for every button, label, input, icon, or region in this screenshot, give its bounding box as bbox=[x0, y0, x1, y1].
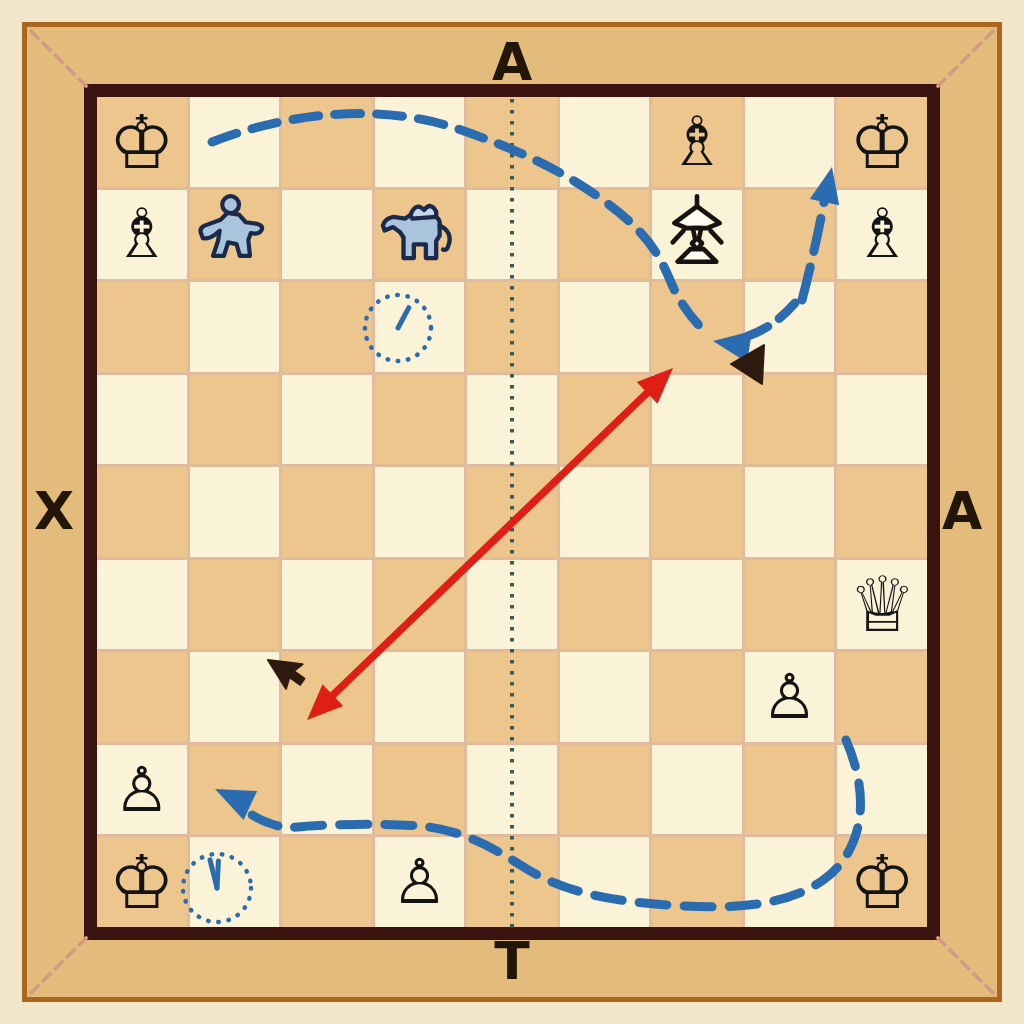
piece-white-king[interactable]: ♔ bbox=[849, 105, 915, 179]
board-game-diagram: A X A T ♔♗♔♗♗♕♙♙♔♙♔ bbox=[0, 0, 1024, 1024]
square-r4c3[interactable] bbox=[282, 375, 372, 465]
square-r9c7[interactable] bbox=[652, 837, 742, 927]
square-r8c1[interactable]: ♙ bbox=[97, 745, 187, 835]
piece-blue-knight[interactable] bbox=[192, 192, 276, 276]
piece-white-bishop[interactable]: ♗ bbox=[852, 200, 913, 268]
square-r7c8[interactable]: ♙ bbox=[745, 652, 835, 742]
piece-white-pawn[interactable]: ♙ bbox=[114, 759, 170, 821]
square-r4c9[interactable] bbox=[837, 375, 927, 465]
square-r5c2[interactable] bbox=[190, 467, 280, 557]
square-r9c9[interactable]: ♔ bbox=[837, 837, 927, 927]
square-r5c6[interactable] bbox=[560, 467, 650, 557]
square-r7c5[interactable] bbox=[467, 652, 557, 742]
square-r7c4[interactable] bbox=[375, 652, 465, 742]
square-r7c7[interactable] bbox=[652, 652, 742, 742]
square-r9c3[interactable] bbox=[282, 837, 372, 927]
square-r5c8[interactable] bbox=[745, 467, 835, 557]
square-r1c5[interactable] bbox=[467, 97, 557, 187]
square-r4c1[interactable] bbox=[97, 375, 187, 465]
square-r6c6[interactable] bbox=[560, 560, 650, 650]
square-r2c1[interactable]: ♗ bbox=[97, 190, 187, 280]
square-r2c6[interactable] bbox=[560, 190, 650, 280]
square-r6c4[interactable] bbox=[375, 560, 465, 650]
square-r5c1[interactable] bbox=[97, 467, 187, 557]
square-r5c9[interactable] bbox=[837, 467, 927, 557]
square-r3c1[interactable] bbox=[97, 282, 187, 372]
square-r6c2[interactable] bbox=[190, 560, 280, 650]
square-r1c9[interactable]: ♔ bbox=[837, 97, 927, 187]
chessboard: ♔♗♔♗♗♕♙♙♔♙♔ bbox=[97, 97, 927, 927]
square-r7c3[interactable] bbox=[282, 652, 372, 742]
square-r3c7[interactable] bbox=[652, 282, 742, 372]
square-r8c6[interactable] bbox=[560, 745, 650, 835]
square-r9c1[interactable]: ♔ bbox=[97, 837, 187, 927]
square-r1c8[interactable] bbox=[745, 97, 835, 187]
square-r4c8[interactable] bbox=[745, 375, 835, 465]
square-r4c7[interactable] bbox=[652, 375, 742, 465]
piece-white-bishop[interactable]: ♗ bbox=[667, 108, 728, 176]
square-r2c9[interactable]: ♗ bbox=[837, 190, 927, 280]
square-r9c2[interactable] bbox=[190, 837, 280, 927]
square-r1c3[interactable] bbox=[282, 97, 372, 187]
square-r5c5[interactable] bbox=[467, 467, 557, 557]
square-r5c4[interactable] bbox=[375, 467, 465, 557]
square-r2c2[interactable] bbox=[190, 190, 280, 280]
square-r5c7[interactable] bbox=[652, 467, 742, 557]
square-r8c3[interactable] bbox=[282, 745, 372, 835]
square-r3c2[interactable] bbox=[190, 282, 280, 372]
piece-white-queen[interactable]: ♕ bbox=[848, 567, 916, 643]
square-r2c4[interactable] bbox=[375, 190, 465, 280]
square-r7c9[interactable] bbox=[837, 652, 927, 742]
square-r2c7[interactable] bbox=[652, 190, 742, 280]
piece-white-king[interactable]: ♔ bbox=[109, 845, 175, 919]
square-r9c5[interactable] bbox=[467, 837, 557, 927]
frame-label-left: X bbox=[34, 481, 74, 541]
square-r5c3[interactable] bbox=[282, 467, 372, 557]
square-r6c7[interactable] bbox=[652, 560, 742, 650]
frame-label-top: A bbox=[492, 32, 532, 92]
piece-blue-elephant[interactable] bbox=[376, 191, 462, 277]
square-r3c8[interactable] bbox=[745, 282, 835, 372]
square-r2c5[interactable] bbox=[467, 190, 557, 280]
square-r1c6[interactable] bbox=[560, 97, 650, 187]
square-r8c2[interactable] bbox=[190, 745, 280, 835]
piece-white-bishop[interactable]: ♗ bbox=[111, 200, 172, 268]
piece-white-king[interactable]: ♔ bbox=[849, 845, 915, 919]
square-r4c2[interactable] bbox=[190, 375, 280, 465]
square-r8c9[interactable] bbox=[837, 745, 927, 835]
square-r6c9[interactable]: ♕ bbox=[837, 560, 927, 650]
square-r3c6[interactable] bbox=[560, 282, 650, 372]
square-r1c4[interactable] bbox=[375, 97, 465, 187]
square-r9c4[interactable]: ♙ bbox=[375, 837, 465, 927]
piece-white-king[interactable]: ♔ bbox=[109, 105, 175, 179]
square-r7c6[interactable] bbox=[560, 652, 650, 742]
square-r7c1[interactable] bbox=[97, 652, 187, 742]
square-r3c4[interactable] bbox=[375, 282, 465, 372]
square-r4c4[interactable] bbox=[375, 375, 465, 465]
square-r1c7[interactable]: ♗ bbox=[652, 97, 742, 187]
square-r6c8[interactable] bbox=[745, 560, 835, 650]
square-r7c2[interactable] bbox=[190, 652, 280, 742]
square-r8c7[interactable] bbox=[652, 745, 742, 835]
square-r8c8[interactable] bbox=[745, 745, 835, 835]
square-r6c3[interactable] bbox=[282, 560, 372, 650]
frame-label-right: A bbox=[942, 481, 982, 541]
square-r3c5[interactable] bbox=[467, 282, 557, 372]
square-r3c3[interactable] bbox=[282, 282, 372, 372]
piece-white-pawn[interactable]: ♙ bbox=[392, 851, 448, 913]
piece-finial[interactable] bbox=[655, 192, 739, 276]
square-r2c3[interactable] bbox=[282, 190, 372, 280]
square-r4c6[interactable] bbox=[560, 375, 650, 465]
square-r1c2[interactable] bbox=[190, 97, 280, 187]
square-r3c9[interactable] bbox=[837, 282, 927, 372]
square-r2c8[interactable] bbox=[745, 190, 835, 280]
square-r9c6[interactable] bbox=[560, 837, 650, 927]
square-r1c1[interactable]: ♔ bbox=[97, 97, 187, 187]
square-r9c8[interactable] bbox=[745, 837, 835, 927]
square-r6c1[interactable] bbox=[97, 560, 187, 650]
square-r4c5[interactable] bbox=[467, 375, 557, 465]
square-r8c4[interactable] bbox=[375, 745, 465, 835]
chessboard-frame: ♔♗♔♗♗♕♙♙♔♙♔ bbox=[84, 84, 940, 940]
square-r6c5[interactable] bbox=[467, 560, 557, 650]
piece-white-pawn[interactable]: ♙ bbox=[762, 666, 818, 728]
square-r8c5[interactable] bbox=[467, 745, 557, 835]
